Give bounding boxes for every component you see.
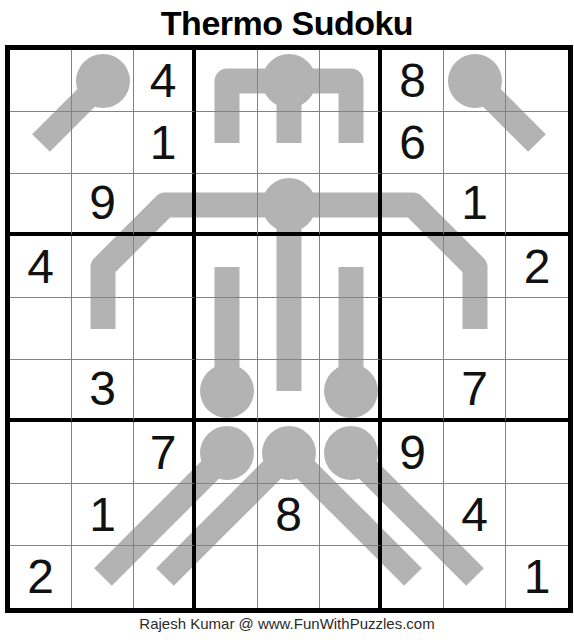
cell-r4c1[interactable]: 4 xyxy=(10,236,72,298)
cell-r5c6[interactable] xyxy=(320,298,382,360)
given-digit: 6 xyxy=(399,119,426,167)
cell-r4c8[interactable] xyxy=(444,236,506,298)
cell-r9c9[interactable]: 1 xyxy=(506,546,568,608)
cell-r5c5[interactable] xyxy=(258,298,320,360)
given-digit: 2 xyxy=(524,243,551,291)
cell-r1c9[interactable] xyxy=(506,50,568,112)
cell-r8c3[interactable] xyxy=(134,484,196,546)
cell-r3c5[interactable] xyxy=(258,174,320,236)
cell-r1c3[interactable]: 4 xyxy=(134,50,196,112)
cell-r2c4[interactable] xyxy=(196,112,258,174)
sudoku-grid: 48169142377918421 xyxy=(10,50,568,608)
cell-r2c1[interactable] xyxy=(10,112,72,174)
cell-r1c4[interactable] xyxy=(196,50,258,112)
cell-r1c7[interactable]: 8 xyxy=(382,50,444,112)
cell-r3c8[interactable]: 1 xyxy=(444,174,506,236)
cell-r9c2[interactable] xyxy=(72,546,134,608)
cell-r7c2[interactable] xyxy=(72,422,134,484)
cell-r8c4[interactable] xyxy=(196,484,258,546)
given-digit: 4 xyxy=(461,491,488,539)
cell-r7c5[interactable] xyxy=(258,422,320,484)
sudoku-board: 48169142377918421 xyxy=(5,45,573,613)
cell-r3c7[interactable] xyxy=(382,174,444,236)
cell-r8c9[interactable] xyxy=(506,484,568,546)
cell-r4c4[interactable] xyxy=(196,236,258,298)
cell-r7c1[interactable] xyxy=(10,422,72,484)
cell-r3c6[interactable] xyxy=(320,174,382,236)
cell-r9c4[interactable] xyxy=(196,546,258,608)
cell-r4c6[interactable] xyxy=(320,236,382,298)
cell-r9c3[interactable] xyxy=(134,546,196,608)
given-digit: 7 xyxy=(150,429,177,477)
cell-r5c4[interactable] xyxy=(196,298,258,360)
cell-r3c2[interactable]: 9 xyxy=(72,174,134,236)
cell-r2c5[interactable] xyxy=(258,112,320,174)
cell-r8c7[interactable] xyxy=(382,484,444,546)
given-digit: 1 xyxy=(461,179,488,227)
cell-r4c5[interactable] xyxy=(258,236,320,298)
cell-r4c3[interactable] xyxy=(134,236,196,298)
credit-text: Rajesh Kumar @ www.FunWithPuzzles.com xyxy=(0,615,574,632)
given-digit: 8 xyxy=(275,491,302,539)
given-digit: 9 xyxy=(89,179,116,227)
cell-r5c2[interactable] xyxy=(72,298,134,360)
cell-r6c2[interactable]: 3 xyxy=(72,360,134,422)
cell-r6c7[interactable] xyxy=(382,360,444,422)
given-digit: 9 xyxy=(399,429,426,477)
cell-r6c3[interactable] xyxy=(134,360,196,422)
cell-r3c1[interactable] xyxy=(10,174,72,236)
cell-r1c2[interactable] xyxy=(72,50,134,112)
cell-r6c6[interactable] xyxy=(320,360,382,422)
given-digit: 8 xyxy=(399,57,426,105)
cell-r6c5[interactable] xyxy=(258,360,320,422)
cell-r7c7[interactable]: 9 xyxy=(382,422,444,484)
cell-r9c5[interactable] xyxy=(258,546,320,608)
cell-r7c3[interactable]: 7 xyxy=(134,422,196,484)
cell-r8c5[interactable]: 8 xyxy=(258,484,320,546)
given-digit: 4 xyxy=(27,243,54,291)
cell-r6c8[interactable]: 7 xyxy=(444,360,506,422)
cell-r7c8[interactable] xyxy=(444,422,506,484)
cell-r2c2[interactable] xyxy=(72,112,134,174)
given-digit: 2 xyxy=(27,553,54,601)
cell-r6c1[interactable] xyxy=(10,360,72,422)
cell-r1c5[interactable] xyxy=(258,50,320,112)
given-digit: 1 xyxy=(89,491,116,539)
given-digit: 4 xyxy=(150,57,177,105)
cell-r9c6[interactable] xyxy=(320,546,382,608)
cell-r8c8[interactable]: 4 xyxy=(444,484,506,546)
cell-r2c3[interactable]: 1 xyxy=(134,112,196,174)
cell-r7c4[interactable] xyxy=(196,422,258,484)
cell-r1c6[interactable] xyxy=(320,50,382,112)
cell-r2c9[interactable] xyxy=(506,112,568,174)
cell-r1c8[interactable] xyxy=(444,50,506,112)
cell-r1c1[interactable] xyxy=(10,50,72,112)
cell-r8c2[interactable]: 1 xyxy=(72,484,134,546)
cell-r3c4[interactable] xyxy=(196,174,258,236)
cell-r5c8[interactable] xyxy=(444,298,506,360)
given-digit: 1 xyxy=(524,553,551,601)
cell-r4c9[interactable]: 2 xyxy=(506,236,568,298)
cell-r7c9[interactable] xyxy=(506,422,568,484)
cell-r2c7[interactable]: 6 xyxy=(382,112,444,174)
cell-r6c9[interactable] xyxy=(506,360,568,422)
cell-r4c7[interactable] xyxy=(382,236,444,298)
cell-r8c6[interactable] xyxy=(320,484,382,546)
cell-r5c3[interactable] xyxy=(134,298,196,360)
cell-r6c4[interactable] xyxy=(196,360,258,422)
given-digit: 7 xyxy=(461,365,488,413)
given-digit: 1 xyxy=(150,119,177,167)
cell-r2c6[interactable] xyxy=(320,112,382,174)
cell-r3c3[interactable] xyxy=(134,174,196,236)
cell-r9c8[interactable] xyxy=(444,546,506,608)
cell-r9c7[interactable] xyxy=(382,546,444,608)
cell-r3c9[interactable] xyxy=(506,174,568,236)
cell-r8c1[interactable] xyxy=(10,484,72,546)
cell-r7c6[interactable] xyxy=(320,422,382,484)
given-digit: 3 xyxy=(89,365,116,413)
page: Thermo Sudoku 48169142377918421 Rajesh K… xyxy=(0,0,574,640)
cell-r4c2[interactable] xyxy=(72,236,134,298)
puzzle-title: Thermo Sudoku xyxy=(0,0,574,43)
cell-r5c9[interactable] xyxy=(506,298,568,360)
cell-r2c8[interactable] xyxy=(444,112,506,174)
cell-r9c1[interactable]: 2 xyxy=(10,546,72,608)
cell-r5c1[interactable] xyxy=(10,298,72,360)
cell-r5c7[interactable] xyxy=(382,298,444,360)
